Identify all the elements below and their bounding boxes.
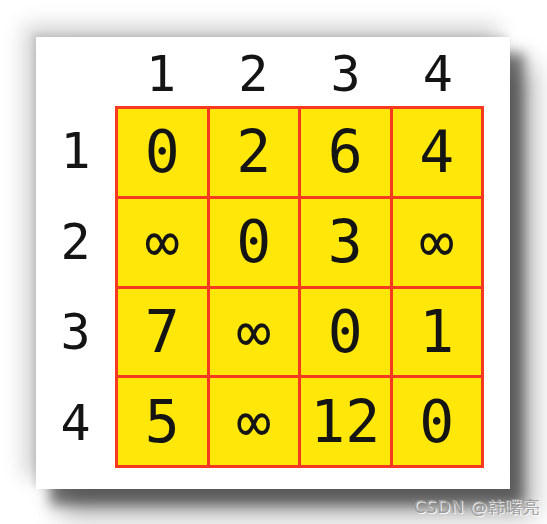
matrix-cell: 0 [393, 378, 482, 465]
matrix-cell: 0 [210, 199, 299, 286]
row-header-label: 4 [36, 378, 115, 469]
matrix-cell: 6 [301, 109, 390, 196]
column-header-label: 2 [207, 37, 299, 106]
matrix-cell: 7 [118, 289, 207, 376]
row-header-label: 1 [36, 106, 115, 197]
column-header-label: 4 [392, 37, 484, 106]
matrix-cell: 1 [393, 289, 482, 376]
column-header-label: 1 [115, 37, 207, 106]
matrix-cell: 3 [301, 199, 390, 286]
matrix-cell: 12 [301, 378, 390, 465]
column-header-label: 3 [300, 37, 392, 106]
adjacency-matrix-grid: 0264∞03∞7∞015∞120 [115, 106, 484, 468]
matrix-cell: 2 [210, 109, 299, 196]
page: 1234 1234 0264∞03∞7∞015∞120 CSDN @韩曙亮 [0, 0, 547, 524]
row-headers: 1234 [36, 106, 115, 468]
matrix-cell: 5 [118, 378, 207, 465]
matrix-cell: ∞ [393, 199, 482, 286]
matrix-cell: 0 [118, 109, 207, 196]
watermark: CSDN @韩曙亮 [414, 496, 540, 519]
matrix-cell: 4 [393, 109, 482, 196]
row-header-label: 3 [36, 287, 115, 378]
matrix-cell: ∞ [118, 199, 207, 286]
matrix-cell: ∞ [210, 289, 299, 376]
matrix-cell: 0 [301, 289, 390, 376]
column-headers: 1234 [115, 37, 484, 106]
row-header-label: 2 [36, 197, 115, 288]
matrix-card: 1234 1234 0264∞03∞7∞015∞120 [36, 37, 510, 489]
matrix-cell: ∞ [210, 378, 299, 465]
